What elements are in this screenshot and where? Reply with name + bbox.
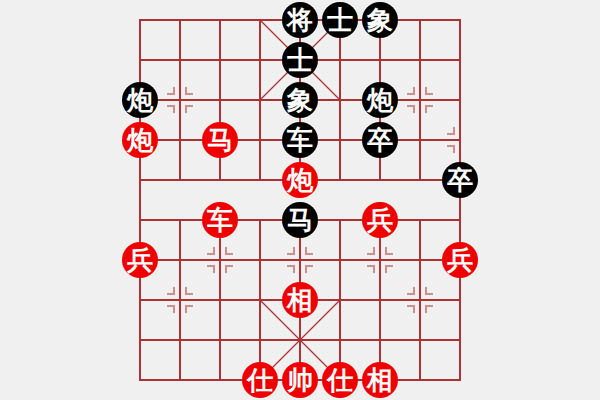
point-marker-corner — [167, 87, 175, 95]
point-marker-corner — [207, 247, 215, 255]
grid-line-file-1 — [139, 19, 141, 381]
piece-black-cannon[interactable]: 炮 — [362, 82, 398, 118]
piece-red-advisor[interactable]: 仕 — [322, 362, 358, 398]
point-marker-corner — [407, 305, 415, 313]
point-marker-corner — [425, 105, 433, 113]
piece-red-cannon[interactable]: 炮 — [122, 122, 158, 158]
point-marker-corner — [367, 265, 375, 273]
point-marker-corner — [447, 145, 455, 153]
point-marker-corner — [425, 305, 433, 313]
point-marker-corner — [167, 105, 175, 113]
point-marker-corner — [425, 287, 433, 295]
point-marker-corner — [385, 265, 393, 273]
grid-line-file-9 — [459, 19, 461, 381]
piece-red-advisor[interactable]: 仕 — [242, 362, 278, 398]
point-marker-corner — [207, 265, 215, 273]
grid-line-file-4-top — [259, 19, 261, 181]
piece-black-elephant[interactable]: 象 — [282, 82, 318, 118]
point-marker-corner — [305, 265, 313, 273]
piece-black-horse[interactable]: 马 — [282, 202, 318, 238]
piece-red-horse[interactable]: 马 — [202, 122, 238, 158]
point-marker-corner — [225, 265, 233, 273]
grid-line-file-8-top — [419, 19, 421, 181]
point-marker-corner — [167, 287, 175, 295]
point-marker-corner — [185, 305, 193, 313]
point-marker-corner — [185, 287, 193, 295]
piece-red-soldier[interactable]: 兵 — [442, 242, 478, 278]
point-marker-corner — [185, 87, 193, 95]
piece-red-elephant[interactable]: 相 — [282, 282, 318, 318]
point-marker-corner — [407, 287, 415, 295]
grid-line-file-8-bottom — [419, 219, 421, 381]
piece-red-chariot[interactable]: 车 — [202, 202, 238, 238]
piece-red-soldier[interactable]: 兵 — [122, 242, 158, 278]
point-marker-corner — [447, 127, 455, 135]
piece-black-cannon[interactable]: 炮 — [122, 82, 158, 118]
point-marker-corner — [407, 105, 415, 113]
piece-red-cannon[interactable]: 炮 — [282, 162, 318, 198]
point-marker-corner — [287, 265, 295, 273]
grid-line-file-6-bottom — [339, 219, 341, 381]
piece-red-elephant[interactable]: 相 — [362, 362, 398, 398]
piece-black-advisor[interactable]: 士 — [322, 2, 358, 38]
point-marker-corner — [185, 105, 193, 113]
point-marker-corner — [305, 247, 313, 255]
piece-red-general[interactable]: 帅 — [282, 362, 318, 398]
piece-black-chariot[interactable]: 车 — [282, 122, 318, 158]
point-marker-corner — [407, 87, 415, 95]
xiangqi-board: 将士象士炮象炮炮马车卒炮卒车马兵兵兵相仕帅仕相 — [140, 20, 460, 380]
xiangqi-diagram-screen: 将士象士炮象炮炮马车卒炮卒车马兵兵兵相仕帅仕相 — [0, 0, 600, 400]
piece-red-soldier[interactable]: 兵 — [362, 202, 398, 238]
grid-line-file-2-top — [179, 19, 181, 181]
grid-line-file-4-bottom — [259, 219, 261, 381]
piece-black-elephant[interactable]: 象 — [362, 2, 398, 38]
point-marker-corner — [287, 247, 295, 255]
piece-black-advisor[interactable]: 士 — [282, 42, 318, 78]
grid-line-file-3-bottom — [219, 219, 221, 381]
point-marker-corner — [425, 87, 433, 95]
grid-line-file-6-top — [339, 19, 341, 181]
piece-black-general[interactable]: 将 — [282, 2, 318, 38]
grid-line-file-7-bottom — [379, 219, 381, 381]
grid-line-file-2-bottom — [179, 219, 181, 381]
piece-black-soldier[interactable]: 卒 — [442, 162, 478, 198]
point-marker-corner — [385, 247, 393, 255]
point-marker-corner — [225, 247, 233, 255]
point-marker-corner — [367, 247, 375, 255]
point-marker-corner — [167, 305, 175, 313]
piece-black-soldier[interactable]: 卒 — [362, 122, 398, 158]
